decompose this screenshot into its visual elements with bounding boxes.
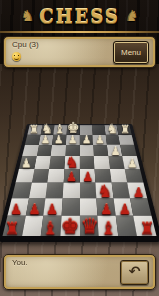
red-knight[interactable]: ♞ [93,183,117,199]
undo-arrow-icon: ↶ [129,263,141,279]
red-pawn[interactable]: ♟ [127,186,151,199]
square-g6[interactable] [29,183,48,199]
board-grid: ♜♞♝♚♞♜♟♟♟♟♟♟♟♞♟♟♟♞♟♟♟♟♟♟♜♝♚♛♝♜ [3,125,157,236]
red-pawn[interactable]: ♟ [112,203,137,217]
square-a8[interactable]: ♜ [134,216,157,236]
square-a4[interactable]: ♟ [123,156,140,169]
red-knight[interactable]: ♞ [61,155,82,170]
cream-pawn[interactable]: ♟ [16,158,37,170]
menu-button[interactable]: Menu [113,41,149,64]
cream-pawn[interactable]: ♟ [105,146,125,157]
you-status-panel: You. ↶ [3,254,156,290]
undo-button[interactable]: ↶ [120,260,149,285]
square-a1[interactable]: ♜ [117,125,132,134]
square-g3[interactable] [36,145,52,156]
knight-icon-right: ♞ [125,9,138,24]
square-c4[interactable] [94,156,110,169]
square-a5[interactable] [125,169,144,183]
gold-divider [0,31,159,33]
you-player-label: You. [12,258,28,267]
square-h8[interactable]: ♜ [3,216,26,236]
square-c2[interactable]: ♟ [93,135,107,145]
square-f7[interactable]: ♟ [43,198,62,216]
square-e4[interactable]: ♞ [64,156,79,169]
cpu-player-label: Cpu (3) [12,40,39,49]
knight-icon-left: ♞ [21,9,34,24]
app-title: CHESS [39,6,120,27]
square-a2[interactable] [119,135,135,145]
cream-rook[interactable]: ♜ [116,124,134,135]
title-bar: ♞ CHESS ♞ [0,3,159,29]
red-rook[interactable]: ♜ [134,221,159,238]
square-c6[interactable]: ♞ [95,183,113,199]
square-b7[interactable]: ♟ [113,198,133,216]
red-rook[interactable]: ♜ [0,221,25,238]
cpu-status-panel: Cpu (3) Menu [3,36,156,68]
square-h4[interactable]: ♟ [19,156,36,169]
square-g5[interactable] [32,169,50,183]
square-d5[interactable]: ♟ [80,169,96,183]
square-b3[interactable]: ♟ [107,145,123,156]
chess-board[interactable]: ♜♞♝♚♞♜♟♟♟♟♟♟♟♞♟♟♟♞♟♟♟♟♟♟♜♝♚♛♝♜ [0,124,159,242]
red-pawn[interactable]: ♟ [76,171,99,183]
square-e6[interactable] [63,183,80,199]
square-f6[interactable] [46,183,64,199]
square-c8[interactable]: ♝ [98,216,118,236]
cream-pawn[interactable]: ♟ [122,158,143,170]
cream-pawn[interactable]: ♟ [90,135,109,145]
red-bishop[interactable]: ♝ [95,220,122,238]
cpu-mood-smiley-icon [12,52,21,61]
chess-app: ♞ CHESS ♞ Cpu (3) Menu ♜♞♝♚♞♜♟♟♟♟♟♟♟♞♟♟♟… [0,0,159,296]
square-a6[interactable]: ♟ [127,183,147,199]
